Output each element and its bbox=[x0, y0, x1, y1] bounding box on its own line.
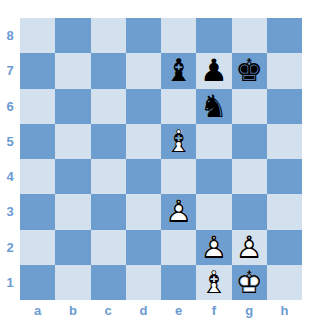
square-d1[interactable] bbox=[126, 265, 161, 300]
square-h6[interactable] bbox=[267, 89, 302, 124]
square-h2[interactable] bbox=[267, 230, 302, 265]
square-a2[interactable] bbox=[20, 230, 55, 265]
rank-label-4: 4 bbox=[0, 159, 20, 194]
square-f1[interactable]: ♝♗ bbox=[196, 265, 231, 300]
square-c4[interactable] bbox=[91, 159, 126, 194]
square-f6[interactable]: ♞ bbox=[196, 89, 231, 124]
file-label-a: a bbox=[20, 300, 55, 320]
square-b3[interactable] bbox=[55, 194, 90, 229]
square-a8[interactable] bbox=[20, 18, 55, 53]
square-e1[interactable] bbox=[161, 265, 196, 300]
white-bishop: ♗ bbox=[165, 124, 193, 159]
file-label-f: f bbox=[196, 300, 231, 320]
square-e4[interactable] bbox=[161, 159, 196, 194]
square-d7[interactable] bbox=[126, 53, 161, 88]
square-g1[interactable]: ♚♔ bbox=[232, 265, 267, 300]
square-a1[interactable] bbox=[20, 265, 55, 300]
square-b4[interactable] bbox=[55, 159, 90, 194]
square-e8[interactable] bbox=[161, 18, 196, 53]
black-pawn: ♟ bbox=[200, 53, 228, 88]
white-pawn: ♙ bbox=[165, 194, 193, 229]
square-b7[interactable] bbox=[55, 53, 90, 88]
square-d8[interactable] bbox=[126, 18, 161, 53]
rank-labels: 87654321 bbox=[0, 18, 20, 300]
square-d5[interactable] bbox=[126, 124, 161, 159]
board: ♝♟♚♞♝♗♟♙♟♙♟♙♝♗♚♔ bbox=[20, 18, 302, 300]
file-label-b: b bbox=[55, 300, 90, 320]
square-f2[interactable]: ♟♙ bbox=[196, 230, 231, 265]
square-c1[interactable] bbox=[91, 265, 126, 300]
square-b1[interactable] bbox=[55, 265, 90, 300]
square-a3[interactable] bbox=[20, 194, 55, 229]
rank-label-7: 7 bbox=[0, 53, 20, 88]
square-h8[interactable] bbox=[267, 18, 302, 53]
black-king: ♚ bbox=[235, 53, 263, 88]
square-e2[interactable] bbox=[161, 230, 196, 265]
white-king: ♔ bbox=[235, 265, 263, 300]
square-f5[interactable] bbox=[196, 124, 231, 159]
square-d3[interactable] bbox=[126, 194, 161, 229]
square-e3[interactable]: ♟♙ bbox=[161, 194, 196, 229]
square-b6[interactable] bbox=[55, 89, 90, 124]
square-h1[interactable] bbox=[267, 265, 302, 300]
square-f7[interactable]: ♟ bbox=[196, 53, 231, 88]
square-g3[interactable] bbox=[232, 194, 267, 229]
white-bishop: ♗ bbox=[200, 265, 228, 300]
file-label-e: e bbox=[161, 300, 196, 320]
file-label-g: g bbox=[232, 300, 267, 320]
square-b2[interactable] bbox=[55, 230, 90, 265]
square-f8[interactable] bbox=[196, 18, 231, 53]
square-c6[interactable] bbox=[91, 89, 126, 124]
rank-label-8: 8 bbox=[0, 18, 20, 53]
file-label-d: d bbox=[126, 300, 161, 320]
square-b8[interactable] bbox=[55, 18, 90, 53]
square-b5[interactable] bbox=[55, 124, 90, 159]
black-knight: ♞ bbox=[200, 89, 228, 124]
square-e6[interactable] bbox=[161, 89, 196, 124]
file-label-c: c bbox=[91, 300, 126, 320]
chessboard-panel: 87654321 ♝♟♚♞♝♗♟♙♟♙♟♙♝♗♚♔ abcdefgh bbox=[0, 0, 320, 320]
square-a7[interactable] bbox=[20, 53, 55, 88]
square-a5[interactable] bbox=[20, 124, 55, 159]
square-g5[interactable] bbox=[232, 124, 267, 159]
square-c3[interactable] bbox=[91, 194, 126, 229]
square-h4[interactable] bbox=[267, 159, 302, 194]
file-labels: abcdefgh bbox=[20, 300, 302, 320]
rank-label-2: 2 bbox=[0, 230, 20, 265]
square-c7[interactable] bbox=[91, 53, 126, 88]
square-a6[interactable] bbox=[20, 89, 55, 124]
square-c2[interactable] bbox=[91, 230, 126, 265]
square-h5[interactable] bbox=[267, 124, 302, 159]
square-f4[interactable] bbox=[196, 159, 231, 194]
square-a4[interactable] bbox=[20, 159, 55, 194]
rank-label-1: 1 bbox=[0, 265, 20, 300]
square-d6[interactable] bbox=[126, 89, 161, 124]
square-f3[interactable] bbox=[196, 194, 231, 229]
square-g6[interactable] bbox=[232, 89, 267, 124]
rank-label-5: 5 bbox=[0, 124, 20, 159]
square-h7[interactable] bbox=[267, 53, 302, 88]
square-d2[interactable] bbox=[126, 230, 161, 265]
square-g7[interactable]: ♚ bbox=[232, 53, 267, 88]
file-label-h: h bbox=[267, 300, 302, 320]
rank-label-3: 3 bbox=[0, 194, 20, 229]
square-c5[interactable] bbox=[91, 124, 126, 159]
square-e7[interactable]: ♝ bbox=[161, 53, 196, 88]
square-g2[interactable]: ♟♙ bbox=[232, 230, 267, 265]
square-g8[interactable] bbox=[232, 18, 267, 53]
white-pawn: ♙ bbox=[235, 230, 263, 265]
square-g4[interactable] bbox=[232, 159, 267, 194]
square-h3[interactable] bbox=[267, 194, 302, 229]
square-c8[interactable] bbox=[91, 18, 126, 53]
square-d4[interactable] bbox=[126, 159, 161, 194]
black-bishop: ♝ bbox=[165, 53, 193, 88]
white-pawn: ♙ bbox=[200, 230, 228, 265]
square-e5[interactable]: ♝♗ bbox=[161, 124, 196, 159]
rank-label-6: 6 bbox=[0, 89, 20, 124]
